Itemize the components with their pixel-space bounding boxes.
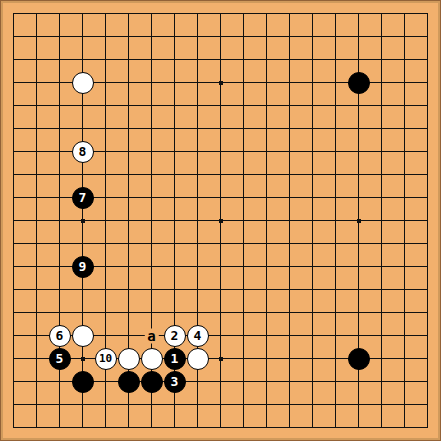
grid-cell bbox=[358, 220, 381, 243]
grid-cell bbox=[266, 404, 289, 427]
grid-cell bbox=[151, 36, 174, 59]
grid-cell bbox=[59, 13, 82, 36]
grid-cell bbox=[36, 289, 59, 312]
grid-cell bbox=[312, 174, 335, 197]
grid-cell bbox=[13, 59, 36, 82]
grid-cell bbox=[105, 13, 128, 36]
grid-cell bbox=[105, 36, 128, 59]
grid-cell bbox=[243, 128, 266, 151]
star-point bbox=[219, 81, 223, 85]
grid-cell bbox=[289, 381, 312, 404]
grid-cell bbox=[289, 404, 312, 427]
grid-cell bbox=[105, 197, 128, 220]
star-point bbox=[81, 357, 85, 361]
grid-cell bbox=[289, 312, 312, 335]
grid-cell bbox=[289, 151, 312, 174]
grid-cell bbox=[335, 36, 358, 59]
grid-cell bbox=[151, 289, 174, 312]
grid-cell bbox=[404, 312, 427, 335]
grid-cell bbox=[266, 381, 289, 404]
grid-cell bbox=[243, 381, 266, 404]
grid-cell bbox=[266, 151, 289, 174]
grid-cell bbox=[36, 82, 59, 105]
grid-cell bbox=[220, 82, 243, 105]
grid-cell bbox=[243, 36, 266, 59]
star-point bbox=[219, 219, 223, 223]
grid-cell bbox=[13, 197, 36, 220]
grid-cell bbox=[197, 82, 220, 105]
grid-cell bbox=[197, 105, 220, 128]
grid-cell bbox=[36, 105, 59, 128]
grid-cell bbox=[13, 220, 36, 243]
grid-cell bbox=[266, 174, 289, 197]
grid-cell bbox=[381, 312, 404, 335]
stone-white-J4 bbox=[187, 348, 209, 370]
grid-cell bbox=[82, 13, 105, 36]
grid-cell bbox=[197, 151, 220, 174]
grid-cell bbox=[381, 220, 404, 243]
grid-cell bbox=[243, 243, 266, 266]
grid-cell bbox=[128, 266, 151, 289]
grid-cell bbox=[335, 174, 358, 197]
grid-cell bbox=[312, 105, 335, 128]
grid-cell bbox=[358, 381, 381, 404]
grid-cell bbox=[174, 289, 197, 312]
grid-cell bbox=[358, 36, 381, 59]
grid-cell bbox=[128, 151, 151, 174]
stone-black-F3 bbox=[118, 371, 140, 393]
stone-black-H3: 3 bbox=[164, 371, 186, 393]
stone-black-D11: 7 bbox=[72, 187, 94, 209]
grid-cell bbox=[381, 174, 404, 197]
grid-cell bbox=[128, 197, 151, 220]
grid-cell bbox=[174, 174, 197, 197]
grid-cell bbox=[358, 128, 381, 151]
grid-cell bbox=[312, 404, 335, 427]
grid-cell bbox=[266, 36, 289, 59]
grid-cell bbox=[404, 381, 427, 404]
grid-cell bbox=[312, 151, 335, 174]
stone-black-D8: 9 bbox=[72, 256, 94, 278]
stone-black-Q16 bbox=[348, 72, 370, 94]
grid-cell bbox=[404, 59, 427, 82]
grid-cell bbox=[266, 266, 289, 289]
grid-cell bbox=[174, 36, 197, 59]
grid-cell bbox=[335, 289, 358, 312]
grid-cell bbox=[105, 59, 128, 82]
grid-cell bbox=[266, 82, 289, 105]
grid-cell bbox=[335, 266, 358, 289]
grid-cell bbox=[13, 36, 36, 59]
grid-cell bbox=[220, 197, 243, 220]
grid-cell bbox=[220, 335, 243, 358]
grid-cell bbox=[266, 289, 289, 312]
grid-cell bbox=[174, 266, 197, 289]
grid-cell bbox=[404, 128, 427, 151]
grid-cell bbox=[197, 266, 220, 289]
grid-cell bbox=[243, 82, 266, 105]
grid-cell bbox=[220, 13, 243, 36]
grid-cell bbox=[36, 220, 59, 243]
grid-cell bbox=[220, 404, 243, 427]
point-label-G5: a bbox=[144, 328, 158, 343]
grid-cell bbox=[128, 82, 151, 105]
grid-cell bbox=[243, 197, 266, 220]
grid-cell bbox=[220, 220, 243, 243]
grid-cell bbox=[289, 59, 312, 82]
grid-cell bbox=[289, 82, 312, 105]
grid-cell bbox=[335, 197, 358, 220]
grid-cell bbox=[358, 13, 381, 36]
stone-white-D13: 8 bbox=[72, 141, 94, 163]
grid-cell bbox=[266, 105, 289, 128]
grid-cell bbox=[151, 220, 174, 243]
grid-cell bbox=[128, 289, 151, 312]
grid-cell bbox=[36, 404, 59, 427]
grid-cell bbox=[105, 128, 128, 151]
grid-cell bbox=[197, 220, 220, 243]
grid-cell bbox=[381, 151, 404, 174]
grid-cell bbox=[335, 243, 358, 266]
stone-black-D3 bbox=[72, 371, 94, 393]
grid-cell bbox=[197, 13, 220, 36]
grid-cell bbox=[197, 404, 220, 427]
grid-cell bbox=[151, 266, 174, 289]
go-board[interactable]: 87962451013a bbox=[0, 0, 441, 441]
grid-cell bbox=[151, 128, 174, 151]
grid-cell bbox=[289, 220, 312, 243]
stone-white-D5 bbox=[72, 325, 94, 347]
grid-cell bbox=[243, 13, 266, 36]
grid-cell bbox=[174, 151, 197, 174]
grid-cell bbox=[174, 105, 197, 128]
grid-cell bbox=[404, 220, 427, 243]
grid-cell bbox=[13, 358, 36, 381]
grid-cell bbox=[358, 312, 381, 335]
grid-cell bbox=[174, 82, 197, 105]
grid-cell bbox=[82, 220, 105, 243]
grid-cell bbox=[82, 36, 105, 59]
grid-cell bbox=[128, 174, 151, 197]
grid-cell bbox=[243, 358, 266, 381]
grid-cell bbox=[220, 289, 243, 312]
grid-cell bbox=[312, 197, 335, 220]
grid-cell bbox=[312, 289, 335, 312]
star-point bbox=[81, 219, 85, 223]
grid-cell bbox=[197, 36, 220, 59]
grid-cell bbox=[13, 381, 36, 404]
grid-cell bbox=[13, 128, 36, 151]
grid-cell bbox=[220, 243, 243, 266]
grid-cell bbox=[243, 105, 266, 128]
stone-white-D16 bbox=[72, 72, 94, 94]
grid-cell bbox=[335, 404, 358, 427]
stone-white-G4 bbox=[141, 348, 163, 370]
grid-cell bbox=[105, 82, 128, 105]
grid-cell bbox=[312, 335, 335, 358]
grid-cell bbox=[312, 82, 335, 105]
grid-cell bbox=[404, 358, 427, 381]
grid-cell bbox=[243, 289, 266, 312]
grid-cell bbox=[151, 404, 174, 427]
grid-cell bbox=[174, 59, 197, 82]
stone-white-C5: 6 bbox=[49, 325, 71, 347]
grid-cell bbox=[151, 82, 174, 105]
grid-cell bbox=[312, 220, 335, 243]
grid-cell bbox=[220, 266, 243, 289]
grid-cell bbox=[13, 151, 36, 174]
grid-cell bbox=[128, 220, 151, 243]
grid-cell bbox=[174, 243, 197, 266]
grid-cell bbox=[243, 312, 266, 335]
stone-white-F4 bbox=[118, 348, 140, 370]
grid-cell bbox=[105, 289, 128, 312]
grid-cell bbox=[289, 335, 312, 358]
grid-cell bbox=[197, 128, 220, 151]
grid-cell bbox=[59, 404, 82, 427]
grid-cell bbox=[13, 82, 36, 105]
grid-cell bbox=[82, 289, 105, 312]
grid-cell bbox=[197, 289, 220, 312]
grid-cell bbox=[220, 59, 243, 82]
grid-cell bbox=[82, 404, 105, 427]
stone-black-H4: 1 bbox=[164, 348, 186, 370]
grid-cell bbox=[13, 174, 36, 197]
stone-black-C4: 5 bbox=[49, 348, 71, 370]
grid-cell bbox=[358, 243, 381, 266]
grid-cell bbox=[404, 335, 427, 358]
grid-cell bbox=[105, 404, 128, 427]
grid-cell bbox=[243, 335, 266, 358]
grid-cell bbox=[404, 289, 427, 312]
grid-cell bbox=[404, 243, 427, 266]
grid-cell bbox=[266, 358, 289, 381]
grid-cell bbox=[381, 197, 404, 220]
grid-cell bbox=[358, 404, 381, 427]
grid-cell bbox=[266, 220, 289, 243]
grid-cell bbox=[36, 13, 59, 36]
grid-cell bbox=[36, 151, 59, 174]
grid-cell bbox=[128, 13, 151, 36]
grid-cell bbox=[151, 197, 174, 220]
grid-cell bbox=[36, 59, 59, 82]
stone-white-J5: 4 bbox=[187, 325, 209, 347]
grid-cell bbox=[381, 381, 404, 404]
grid-cell bbox=[266, 243, 289, 266]
grid-cell bbox=[289, 36, 312, 59]
grid-cell bbox=[13, 312, 36, 335]
grid-cell bbox=[36, 174, 59, 197]
star-point bbox=[219, 357, 223, 361]
grid-cell bbox=[404, 266, 427, 289]
grid-cell bbox=[36, 197, 59, 220]
grid-cell bbox=[197, 59, 220, 82]
grid-cell bbox=[312, 36, 335, 59]
grid-cell bbox=[289, 174, 312, 197]
grid-cell bbox=[289, 358, 312, 381]
grid-cell bbox=[151, 243, 174, 266]
grid-cell bbox=[404, 197, 427, 220]
grid-cell bbox=[13, 105, 36, 128]
grid-cell bbox=[128, 128, 151, 151]
grid-cell bbox=[335, 128, 358, 151]
grid-cell bbox=[312, 312, 335, 335]
grid-cell bbox=[358, 105, 381, 128]
grid-cell bbox=[105, 174, 128, 197]
grid-cell bbox=[59, 36, 82, 59]
grid-cell bbox=[358, 266, 381, 289]
grid-cell bbox=[243, 151, 266, 174]
grid-cell bbox=[404, 13, 427, 36]
grid-cell bbox=[128, 36, 151, 59]
grid-cell bbox=[289, 105, 312, 128]
grid-cell bbox=[128, 404, 151, 427]
grid-cell bbox=[105, 266, 128, 289]
stone-white-H5: 2 bbox=[164, 325, 186, 347]
grid-cell bbox=[312, 13, 335, 36]
grid-cell bbox=[220, 151, 243, 174]
grid-cell bbox=[381, 243, 404, 266]
grid-cell bbox=[381, 13, 404, 36]
grid-cell bbox=[243, 174, 266, 197]
grid-cell bbox=[358, 289, 381, 312]
grid-cell bbox=[220, 358, 243, 381]
grid-cell bbox=[312, 266, 335, 289]
grid-cell bbox=[105, 151, 128, 174]
grid-cell bbox=[381, 59, 404, 82]
grid-cell bbox=[197, 243, 220, 266]
grid-cell bbox=[312, 243, 335, 266]
grid-cell bbox=[36, 266, 59, 289]
grid-cell bbox=[151, 59, 174, 82]
grid-cell bbox=[335, 151, 358, 174]
grid-cell bbox=[381, 335, 404, 358]
grid-cell bbox=[13, 335, 36, 358]
grid-cell bbox=[335, 13, 358, 36]
grid-cell bbox=[151, 151, 174, 174]
grid-cell bbox=[220, 312, 243, 335]
grid-cell bbox=[174, 404, 197, 427]
grid-cell bbox=[289, 13, 312, 36]
grid-cell bbox=[220, 128, 243, 151]
stone-white-E4: 10 bbox=[95, 348, 117, 370]
grid-cell bbox=[174, 220, 197, 243]
grid-cell bbox=[358, 174, 381, 197]
grid-cell bbox=[13, 404, 36, 427]
grid-cell bbox=[36, 128, 59, 151]
grid-cell bbox=[381, 289, 404, 312]
grid-cell bbox=[381, 404, 404, 427]
grid-cell bbox=[13, 289, 36, 312]
grid-cell bbox=[312, 358, 335, 381]
grid-cell bbox=[312, 381, 335, 404]
grid-cell bbox=[266, 197, 289, 220]
grid-cell bbox=[13, 266, 36, 289]
grid-cell bbox=[289, 289, 312, 312]
grid-cell bbox=[36, 381, 59, 404]
grid-cell bbox=[404, 36, 427, 59]
stone-black-Q4 bbox=[348, 348, 370, 370]
grid-cell bbox=[335, 220, 358, 243]
grid-cell bbox=[381, 105, 404, 128]
grid-cell bbox=[243, 220, 266, 243]
grid-cell bbox=[36, 243, 59, 266]
grid-cell bbox=[289, 243, 312, 266]
grid-cell bbox=[266, 13, 289, 36]
grid-cell bbox=[220, 381, 243, 404]
grid-cell bbox=[105, 220, 128, 243]
grid-cell bbox=[220, 174, 243, 197]
grid-cell bbox=[151, 174, 174, 197]
grid-cell bbox=[36, 36, 59, 59]
grid-cell bbox=[128, 105, 151, 128]
grid-cell bbox=[335, 381, 358, 404]
grid-cell bbox=[197, 381, 220, 404]
grid-cell bbox=[312, 128, 335, 151]
grid-cell bbox=[312, 59, 335, 82]
grid-cell bbox=[13, 243, 36, 266]
grid-cell bbox=[381, 128, 404, 151]
grid-cell bbox=[59, 105, 82, 128]
grid-cell bbox=[174, 197, 197, 220]
grid-cell bbox=[13, 13, 36, 36]
grid-cell bbox=[174, 13, 197, 36]
grid-cell bbox=[358, 151, 381, 174]
grid-cell bbox=[220, 36, 243, 59]
star-point bbox=[357, 219, 361, 223]
grid-cell bbox=[197, 197, 220, 220]
grid-cell bbox=[197, 174, 220, 197]
grid-cell bbox=[128, 243, 151, 266]
grid-cell bbox=[220, 105, 243, 128]
grid-cell bbox=[404, 151, 427, 174]
grid-cell bbox=[266, 312, 289, 335]
grid-cell bbox=[266, 335, 289, 358]
grid-cell bbox=[105, 243, 128, 266]
grid-cell bbox=[243, 59, 266, 82]
grid-cell bbox=[105, 312, 128, 335]
grid-cell bbox=[335, 105, 358, 128]
grid-cell bbox=[243, 404, 266, 427]
grid-cell bbox=[404, 82, 427, 105]
grid-cell bbox=[82, 105, 105, 128]
grid-cell bbox=[404, 404, 427, 427]
grid-cell bbox=[151, 13, 174, 36]
grid-cell bbox=[243, 266, 266, 289]
grid-cell bbox=[289, 266, 312, 289]
stone-black-G3 bbox=[141, 371, 163, 393]
grid-cell bbox=[289, 197, 312, 220]
grid-cell bbox=[404, 174, 427, 197]
grid-cell bbox=[59, 220, 82, 243]
grid-cell bbox=[266, 59, 289, 82]
grid-cell bbox=[59, 289, 82, 312]
grid-cell bbox=[335, 312, 358, 335]
grid-cell bbox=[381, 358, 404, 381]
grid-cell bbox=[358, 197, 381, 220]
grid-cell bbox=[151, 105, 174, 128]
grid-cell bbox=[128, 59, 151, 82]
grid-cell bbox=[381, 82, 404, 105]
grid-cell bbox=[174, 128, 197, 151]
grid-cell bbox=[381, 36, 404, 59]
grid-cell bbox=[404, 105, 427, 128]
grid-cell bbox=[105, 105, 128, 128]
grid-cell bbox=[289, 128, 312, 151]
grid-cell bbox=[381, 266, 404, 289]
grid-cell bbox=[266, 128, 289, 151]
